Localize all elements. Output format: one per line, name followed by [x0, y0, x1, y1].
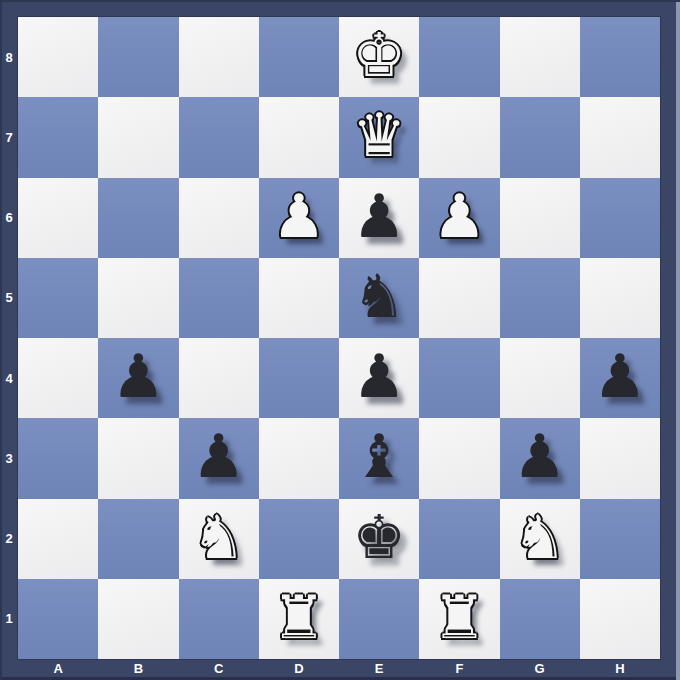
- square-d5[interactable]: [259, 258, 339, 338]
- square-h8[interactable]: [580, 17, 660, 97]
- square-c4[interactable]: [179, 338, 259, 418]
- square-a6[interactable]: [18, 178, 98, 258]
- file-label-e: E: [339, 659, 419, 680]
- square-h6[interactable]: [580, 178, 660, 258]
- file-label-a: A: [18, 659, 98, 680]
- rank-label-7: 7: [0, 97, 18, 177]
- square-a1[interactable]: [18, 579, 98, 659]
- square-d1[interactable]: ♜: [259, 579, 339, 659]
- rank-label-8: 8: [0, 17, 18, 97]
- square-e3[interactable]: ♝: [339, 418, 419, 498]
- square-a7[interactable]: [18, 97, 98, 177]
- square-g3[interactable]: ♟: [500, 418, 580, 498]
- rank-label-2: 2: [0, 499, 18, 579]
- square-g4[interactable]: [500, 338, 580, 418]
- square-c1[interactable]: [179, 579, 259, 659]
- square-h1[interactable]: [580, 579, 660, 659]
- square-c8[interactable]: [179, 17, 259, 97]
- square-g1[interactable]: [500, 579, 580, 659]
- square-b8[interactable]: [98, 17, 178, 97]
- square-h3[interactable]: [580, 418, 660, 498]
- square-e2[interactable]: ♚: [339, 499, 419, 579]
- square-e4[interactable]: ♟: [339, 338, 419, 418]
- piece-black-king[interactable]: ♚: [352, 507, 406, 567]
- file-label-f: F: [419, 659, 499, 680]
- square-b7[interactable]: [98, 97, 178, 177]
- square-b2[interactable]: [98, 499, 178, 579]
- rank-label-1: 1: [0, 579, 18, 659]
- square-d2[interactable]: [259, 499, 339, 579]
- rank-labels: 87654321: [0, 17, 18, 659]
- square-e8[interactable]: ♚: [339, 17, 419, 97]
- square-b1[interactable]: [98, 579, 178, 659]
- square-c3[interactable]: ♟: [179, 418, 259, 498]
- square-g5[interactable]: [500, 258, 580, 338]
- rank-label-5: 5: [0, 258, 18, 338]
- square-h5[interactable]: [580, 258, 660, 338]
- piece-black-pawn[interactable]: ♟: [192, 426, 246, 486]
- piece-black-bishop[interactable]: ♝: [352, 426, 406, 486]
- square-g6[interactable]: [500, 178, 580, 258]
- square-f5[interactable]: [419, 258, 499, 338]
- square-b3[interactable]: [98, 418, 178, 498]
- square-h4[interactable]: ♟: [580, 338, 660, 418]
- square-f8[interactable]: [419, 17, 499, 97]
- square-e7[interactable]: ♛: [339, 97, 419, 177]
- square-f1[interactable]: ♜: [419, 579, 499, 659]
- square-c2[interactable]: ♞: [179, 499, 259, 579]
- piece-black-pawn[interactable]: ♟: [352, 186, 406, 246]
- square-e6[interactable]: ♟: [339, 178, 419, 258]
- piece-white-knight[interactable]: ♞: [192, 507, 246, 567]
- chess-board: ♚♛♟♟♟♞♟♟♟♟♝♟♞♚♞♜♜: [18, 17, 660, 659]
- square-e1[interactable]: [339, 579, 419, 659]
- square-g8[interactable]: [500, 17, 580, 97]
- piece-white-rook[interactable]: ♜: [432, 587, 486, 647]
- square-d4[interactable]: [259, 338, 339, 418]
- chess-board-frame: ♚♛♟♟♟♞♟♟♟♟♝♟♞♚♞♜♜ 87654321 ABCDEFGH: [0, 0, 680, 680]
- piece-black-knight[interactable]: ♞: [352, 266, 406, 326]
- piece-white-rook[interactable]: ♜: [272, 587, 326, 647]
- square-e5[interactable]: ♞: [339, 258, 419, 338]
- piece-black-pawn[interactable]: ♟: [111, 346, 165, 406]
- square-c6[interactable]: [179, 178, 259, 258]
- file-label-c: C: [179, 659, 259, 680]
- file-labels: ABCDEFGH: [18, 659, 660, 680]
- rank-label-3: 3: [0, 418, 18, 498]
- square-a4[interactable]: [18, 338, 98, 418]
- piece-black-pawn[interactable]: ♟: [593, 346, 647, 406]
- square-a8[interactable]: [18, 17, 98, 97]
- piece-white-queen[interactable]: ♛: [352, 105, 406, 165]
- square-b5[interactable]: [98, 258, 178, 338]
- file-label-b: B: [98, 659, 178, 680]
- square-f6[interactable]: ♟: [419, 178, 499, 258]
- square-b6[interactable]: [98, 178, 178, 258]
- square-b4[interactable]: ♟: [98, 338, 178, 418]
- piece-black-pawn[interactable]: ♟: [352, 346, 406, 406]
- square-g2[interactable]: ♞: [500, 499, 580, 579]
- square-f4[interactable]: [419, 338, 499, 418]
- piece-white-pawn[interactable]: ♟: [432, 186, 486, 246]
- piece-white-knight[interactable]: ♞: [513, 507, 567, 567]
- square-f2[interactable]: [419, 499, 499, 579]
- piece-black-pawn[interactable]: ♟: [513, 426, 567, 486]
- square-h7[interactable]: [580, 97, 660, 177]
- rank-label-4: 4: [0, 338, 18, 418]
- rank-label-6: 6: [0, 178, 18, 258]
- square-a5[interactable]: [18, 258, 98, 338]
- file-label-h: H: [580, 659, 660, 680]
- square-a3[interactable]: [18, 418, 98, 498]
- square-c5[interactable]: [179, 258, 259, 338]
- square-f7[interactable]: [419, 97, 499, 177]
- square-c7[interactable]: [179, 97, 259, 177]
- square-d7[interactable]: [259, 97, 339, 177]
- square-g7[interactable]: [500, 97, 580, 177]
- file-label-g: G: [500, 659, 580, 680]
- square-d6[interactable]: ♟: [259, 178, 339, 258]
- square-a2[interactable]: [18, 499, 98, 579]
- square-d8[interactable]: [259, 17, 339, 97]
- square-h2[interactable]: [580, 499, 660, 579]
- file-label-d: D: [259, 659, 339, 680]
- square-d3[interactable]: [259, 418, 339, 498]
- square-f3[interactable]: [419, 418, 499, 498]
- piece-white-king[interactable]: ♚: [352, 25, 406, 85]
- piece-white-pawn[interactable]: ♟: [272, 186, 326, 246]
